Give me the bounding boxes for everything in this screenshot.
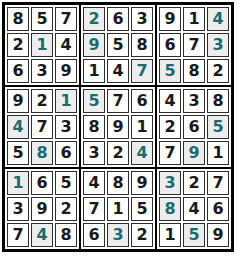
cell-r2c5[interactable]: 5 [107,33,129,57]
cell-r9c8[interactable]: 5 [183,223,205,247]
cell-r3c3[interactable]: 9 [55,59,77,83]
box-4: 921473586 [5,87,79,167]
cell-r9c4[interactable]: 6 [83,223,105,247]
cell-r7c4[interactable]: 4 [83,171,105,195]
cell-r2c6[interactable]: 8 [131,33,153,57]
cell-r6c5[interactable]: 2 [107,141,129,165]
cell-r1c5[interactable]: 6 [107,7,129,31]
cell-r2c7[interactable]: 6 [159,33,181,57]
cell-r7c1[interactable]: 1 [7,171,29,195]
cell-r5c7[interactable]: 2 [159,115,181,139]
cell-r6c9[interactable]: 1 [207,141,229,165]
cell-r4c2[interactable]: 2 [31,89,53,113]
cell-r5c6[interactable]: 1 [131,115,153,139]
box-6: 438265791 [157,87,231,167]
cell-r3c4[interactable]: 1 [83,59,105,83]
cell-r2c4[interactable]: 9 [83,33,105,57]
cell-r8c2[interactable]: 9 [31,197,53,221]
cell-r2c9[interactable]: 3 [207,33,229,57]
cell-r4c9[interactable]: 8 [207,89,229,113]
cell-r1c1[interactable]: 8 [7,7,29,31]
cell-r6c4[interactable]: 3 [83,141,105,165]
cell-r5c4[interactable]: 8 [83,115,105,139]
cell-r2c3[interactable]: 4 [55,33,77,57]
cell-r4c7[interactable]: 4 [159,89,181,113]
cell-r6c3[interactable]: 6 [55,141,77,165]
cell-r7c7[interactable]: 3 [159,171,181,195]
cell-r9c1[interactable]: 7 [7,223,29,247]
cell-r8c8[interactable]: 4 [183,197,205,221]
cell-r7c8[interactable]: 2 [183,171,205,195]
box-5: 576891324 [81,87,155,167]
cell-r1c3[interactable]: 7 [55,7,77,31]
cell-r8c4[interactable]: 7 [83,197,105,221]
cell-r5c5[interactable]: 9 [107,115,129,139]
cell-r8c1[interactable]: 3 [7,197,29,221]
cell-r1c4[interactable]: 2 [83,7,105,31]
cell-r5c1[interactable]: 4 [7,115,29,139]
cell-r9c5[interactable]: 3 [107,223,129,247]
cell-r5c8[interactable]: 6 [183,115,205,139]
box-7: 165392748 [5,169,79,249]
cell-r8c6[interactable]: 5 [131,197,153,221]
cell-r2c2[interactable]: 1 [31,33,53,57]
cell-r1c7[interactable]: 9 [159,7,181,31]
cell-r3c6[interactable]: 7 [131,59,153,83]
cell-r3c5[interactable]: 4 [107,59,129,83]
box-1: 857214639 [5,5,79,85]
cell-r2c1[interactable]: 2 [7,33,29,57]
cell-r4c8[interactable]: 3 [183,89,205,113]
cell-r7c3[interactable]: 5 [55,171,77,195]
cell-r8c3[interactable]: 2 [55,197,77,221]
cell-r4c4[interactable]: 5 [83,89,105,113]
sudoku-board: 8572146392639581479146735829214735865768… [2,2,234,252]
cell-r3c7[interactable]: 5 [159,59,181,83]
cell-r6c6[interactable]: 4 [131,141,153,165]
cell-r3c1[interactable]: 6 [7,59,29,83]
box-2: 263958147 [81,5,155,85]
cell-r2c8[interactable]: 7 [183,33,205,57]
cell-r3c8[interactable]: 8 [183,59,205,83]
cell-r3c2[interactable]: 3 [31,59,53,83]
cell-r6c8[interactable]: 9 [183,141,205,165]
cell-r5c9[interactable]: 5 [207,115,229,139]
cell-r9c6[interactable]: 2 [131,223,153,247]
cell-r7c5[interactable]: 8 [107,171,129,195]
cell-r7c6[interactable]: 9 [131,171,153,195]
cell-r7c2[interactable]: 6 [31,171,53,195]
cell-r9c7[interactable]: 1 [159,223,181,247]
cell-r1c9[interactable]: 4 [207,7,229,31]
cell-r3c9[interactable]: 2 [207,59,229,83]
cell-r9c9[interactable]: 9 [207,223,229,247]
cell-r4c3[interactable]: 1 [55,89,77,113]
cell-r8c7[interactable]: 8 [159,197,181,221]
box-9: 327846159 [157,169,231,249]
box-3: 914673582 [157,5,231,85]
cell-r6c7[interactable]: 7 [159,141,181,165]
cell-r5c3[interactable]: 3 [55,115,77,139]
cell-r8c5[interactable]: 1 [107,197,129,221]
cell-r4c5[interactable]: 7 [107,89,129,113]
cell-r9c3[interactable]: 8 [55,223,77,247]
cell-r7c9[interactable]: 7 [207,171,229,195]
cell-r1c2[interactable]: 5 [31,7,53,31]
cell-r8c9[interactable]: 6 [207,197,229,221]
cell-r9c2[interactable]: 4 [31,223,53,247]
cell-r6c2[interactable]: 8 [31,141,53,165]
cell-r1c8[interactable]: 1 [183,7,205,31]
sudoku-app: 8572146392639581479146735829214735865768… [0,0,240,265]
cell-r4c6[interactable]: 6 [131,89,153,113]
box-8: 489715632 [81,169,155,249]
cell-r4c1[interactable]: 9 [7,89,29,113]
cell-r1c6[interactable]: 3 [131,7,153,31]
cell-r5c2[interactable]: 7 [31,115,53,139]
cell-r6c1[interactable]: 5 [7,141,29,165]
